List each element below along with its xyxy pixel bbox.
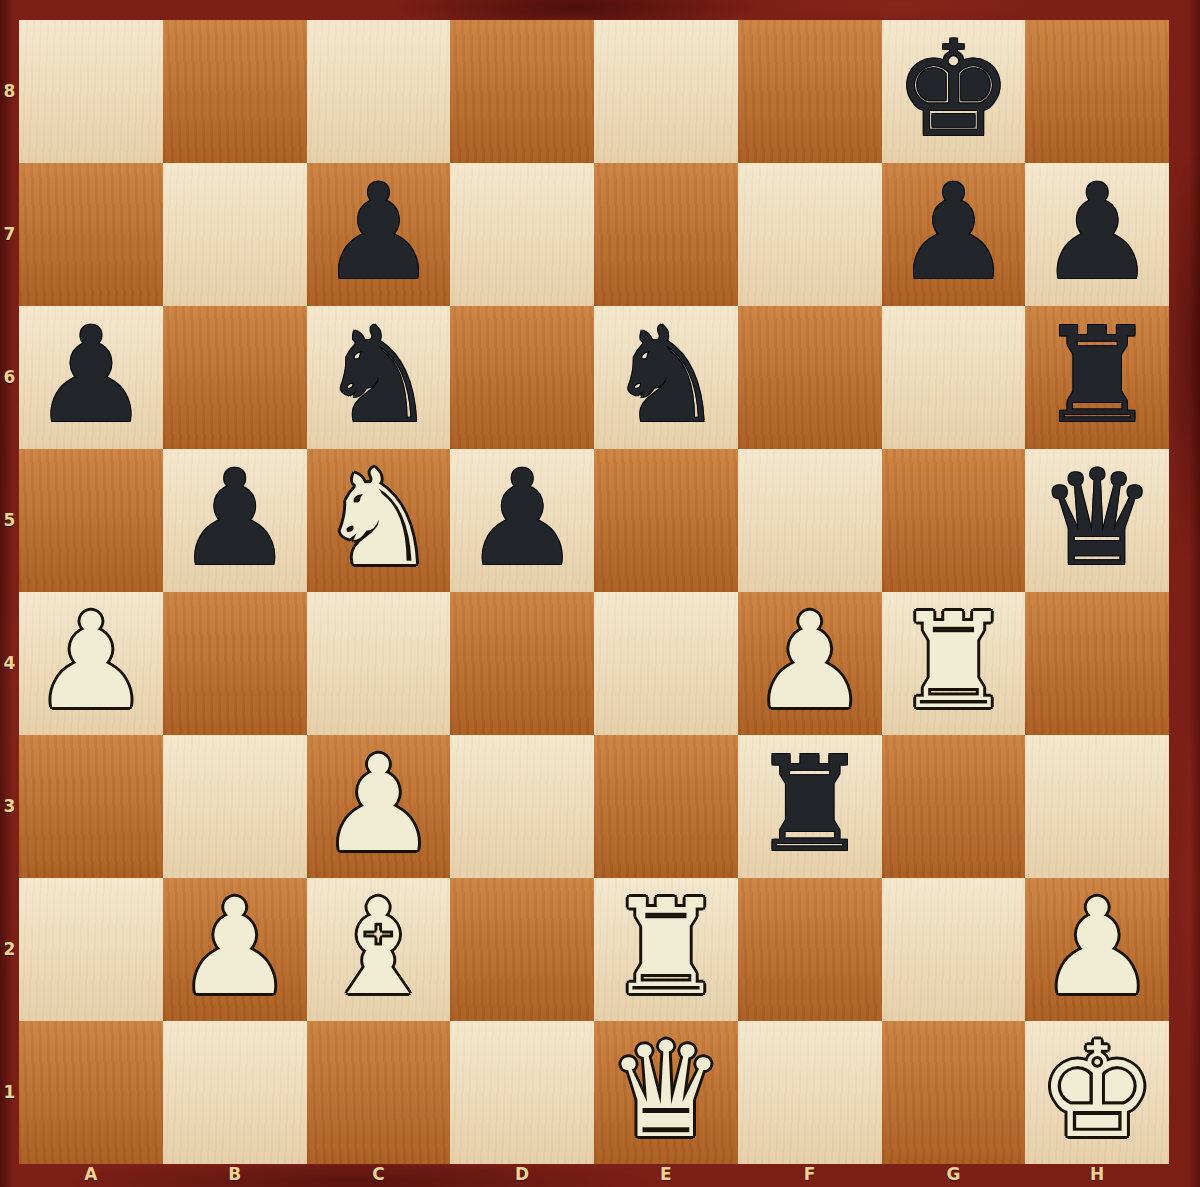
square-g2[interactable] [882,878,1026,1021]
square-e4[interactable] [594,592,738,735]
piece-white-queen[interactable]: ♛ [607,1024,725,1156]
piece-white-pawn[interactable]: ♟ [319,738,437,870]
piece-white-rook[interactable]: ♜ [607,881,725,1013]
chess-board-frame: ♚♟♟♟♟♞♞♜♟♞♟♛♟♟♜♟♜♟♝♜♟♛♚ 87654321ABCDEFGH [0,0,1200,1187]
piece-black-pawn[interactable]: ♟ [175,452,293,584]
square-f8[interactable] [738,20,882,163]
square-b5[interactable]: ♟ [163,449,307,592]
square-b2[interactable]: ♟ [163,878,307,1021]
square-d3[interactable] [450,735,594,878]
piece-white-pawn[interactable]: ♟ [32,595,150,727]
rank-label-3: 3 [0,796,19,816]
square-h5[interactable]: ♛ [1025,449,1169,592]
piece-black-pawn[interactable]: ♟ [319,166,437,298]
square-h6[interactable]: ♜ [1025,306,1169,449]
file-label-h: H [1025,1164,1169,1187]
square-e8[interactable] [594,20,738,163]
piece-white-pawn[interactable]: ♟ [1038,881,1156,1013]
square-f7[interactable] [738,163,882,306]
square-a6[interactable]: ♟ [19,306,163,449]
rank-label-4: 4 [0,653,19,673]
piece-black-pawn[interactable]: ♟ [463,452,581,584]
square-h2[interactable]: ♟ [1025,878,1169,1021]
square-b6[interactable] [163,306,307,449]
square-h4[interactable] [1025,592,1169,735]
piece-black-pawn[interactable]: ♟ [32,309,150,441]
square-g1[interactable] [882,1021,1026,1164]
file-label-a: A [19,1164,163,1187]
square-b3[interactable] [163,735,307,878]
square-d8[interactable] [450,20,594,163]
square-g5[interactable] [882,449,1026,592]
piece-white-bishop[interactable]: ♝ [319,881,437,1013]
file-label-d: D [450,1164,594,1187]
square-a8[interactable] [19,20,163,163]
piece-black-knight[interactable]: ♞ [319,309,437,441]
piece-black-queen[interactable]: ♛ [1038,452,1156,584]
rank-label-2: 2 [0,939,19,959]
square-g4[interactable]: ♜ [882,592,1026,735]
square-h8[interactable] [1025,20,1169,163]
square-h7[interactable]: ♟ [1025,163,1169,306]
square-g3[interactable] [882,735,1026,878]
rank-label-5: 5 [0,510,19,530]
rank-label-6: 6 [0,367,19,387]
square-f1[interactable] [738,1021,882,1164]
square-c2[interactable]: ♝ [307,878,451,1021]
piece-white-rook[interactable]: ♜ [894,595,1012,727]
piece-black-rook[interactable]: ♜ [750,738,868,870]
square-d5[interactable]: ♟ [450,449,594,592]
file-label-c: C [307,1164,451,1187]
square-d6[interactable] [450,306,594,449]
square-b4[interactable] [163,592,307,735]
rank-label-8: 8 [0,81,19,101]
square-h1[interactable]: ♚ [1025,1021,1169,1164]
file-label-e: E [594,1164,738,1187]
square-c5[interactable]: ♞ [307,449,451,592]
square-d7[interactable] [450,163,594,306]
piece-white-king[interactable]: ♚ [1038,1024,1156,1156]
square-f3[interactable]: ♜ [738,735,882,878]
file-label-g: G [882,1164,1026,1187]
chess-board: ♚♟♟♟♟♞♞♜♟♞♟♛♟♟♜♟♜♟♝♜♟♛♚ [19,20,1169,1164]
square-b7[interactable] [163,163,307,306]
square-b8[interactable] [163,20,307,163]
file-label-f: F [738,1164,882,1187]
square-c4[interactable] [307,592,451,735]
square-g7[interactable]: ♟ [882,163,1026,306]
square-a3[interactable] [19,735,163,878]
square-c7[interactable]: ♟ [307,163,451,306]
square-d1[interactable] [450,1021,594,1164]
piece-black-rook[interactable]: ♜ [1038,309,1156,441]
square-h3[interactable] [1025,735,1169,878]
square-a5[interactable] [19,449,163,592]
square-d4[interactable] [450,592,594,735]
square-e5[interactable] [594,449,738,592]
piece-black-pawn[interactable]: ♟ [1038,166,1156,298]
square-a7[interactable] [19,163,163,306]
rank-label-7: 7 [0,224,19,244]
piece-white-pawn[interactable]: ♟ [750,595,868,727]
square-e2[interactable]: ♜ [594,878,738,1021]
square-d2[interactable] [450,878,594,1021]
square-f6[interactable] [738,306,882,449]
piece-black-king[interactable]: ♚ [894,23,1012,155]
square-c3[interactable]: ♟ [307,735,451,878]
square-c6[interactable]: ♞ [307,306,451,449]
square-a4[interactable]: ♟ [19,592,163,735]
square-a1[interactable] [19,1021,163,1164]
square-e6[interactable]: ♞ [594,306,738,449]
square-e3[interactable] [594,735,738,878]
square-e1[interactable]: ♛ [594,1021,738,1164]
square-b1[interactable] [163,1021,307,1164]
piece-white-pawn[interactable]: ♟ [175,881,293,1013]
square-f2[interactable] [738,878,882,1021]
piece-black-knight[interactable]: ♞ [607,309,725,441]
square-g6[interactable] [882,306,1026,449]
piece-black-pawn[interactable]: ♟ [894,166,1012,298]
square-c1[interactable] [307,1021,451,1164]
rank-label-1: 1 [0,1082,19,1102]
square-g8[interactable]: ♚ [882,20,1026,163]
square-a2[interactable] [19,878,163,1021]
square-f5[interactable] [738,449,882,592]
square-f4[interactable]: ♟ [738,592,882,735]
piece-white-knight[interactable]: ♞ [319,452,437,584]
file-label-b: B [163,1164,307,1187]
square-e7[interactable] [594,163,738,306]
square-c8[interactable] [307,20,451,163]
